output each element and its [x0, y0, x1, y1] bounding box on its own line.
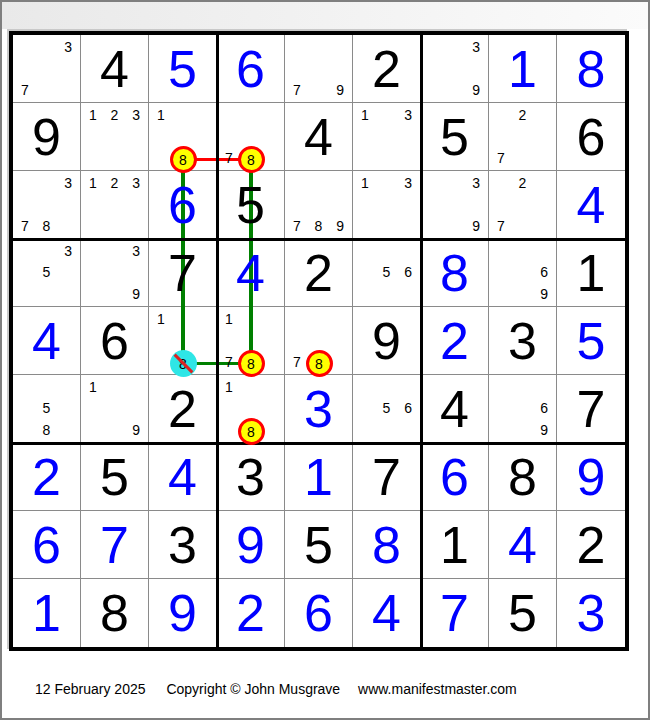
sudoku-board: 3745679239189123174135276378123657891339…	[9, 31, 629, 651]
candidate-9: 9	[465, 215, 487, 237]
candidate-slot	[240, 126, 262, 148]
candidate-3: 3	[125, 172, 147, 194]
cell-r6c8[interactable]: 69	[489, 375, 557, 443]
candidate-slot	[354, 283, 376, 305]
cell-r1c2[interactable]: 4	[81, 35, 149, 103]
cell-r3c5[interactable]: 789	[285, 171, 353, 239]
candidate-7: 7	[218, 351, 240, 373]
candidate-slot	[329, 36, 351, 58]
solved-digit: 4	[557, 171, 625, 238]
cell-r6c2[interactable]: 19	[81, 375, 149, 443]
candidate-slot	[533, 147, 555, 169]
sudoku-grid: 3745679239189123174135276378123657891339…	[13, 35, 625, 647]
candidate-slot	[308, 58, 330, 80]
candidate-slot	[240, 398, 262, 420]
pencil-marks: 27	[490, 104, 555, 169]
cell-r7c7[interactable]: 6	[421, 443, 489, 511]
footer: 12 February 2025 Copyright © John Musgra…	[35, 681, 517, 697]
candidate-slot	[533, 126, 555, 148]
candidate-slot	[422, 79, 444, 101]
candidate-slot	[286, 194, 308, 216]
given-digit: 4	[421, 375, 488, 442]
candidate-slot	[150, 126, 172, 148]
cell-r8c9[interactable]: 2	[557, 511, 625, 579]
given-digit: 2	[353, 35, 420, 102]
candidate-slot	[533, 240, 555, 262]
candidate-3: 3	[57, 240, 79, 262]
cell-r7c9[interactable]: 9	[557, 443, 625, 511]
cell-r2c1[interactable]: 9	[13, 103, 81, 171]
candidate-1: 1	[218, 376, 240, 398]
cell-r2c2[interactable]: 123	[81, 103, 149, 171]
candidate-slot	[218, 126, 240, 148]
cell-r5c2[interactable]: 6	[81, 307, 149, 375]
cell-r7c5[interactable]: 1	[285, 443, 353, 511]
given-digit: 5	[285, 511, 352, 578]
solved-digit: 2	[421, 307, 488, 374]
top-strip	[2, 2, 648, 29]
cell-r1c5[interactable]: 79	[285, 35, 353, 103]
candidate-1: 1	[82, 172, 104, 194]
cell-r8c7[interactable]: 1	[421, 511, 489, 579]
given-digit: 5	[81, 443, 148, 510]
candidate-slot	[422, 194, 444, 216]
footer-copyright: Copyright © John Musgrave	[166, 681, 340, 697]
candidate-slot	[82, 147, 104, 169]
candidate-slot	[193, 351, 215, 373]
cell-r4c3[interactable]: 7	[149, 239, 217, 307]
candidate-3: 3	[465, 36, 487, 58]
candidate-slot	[14, 376, 36, 398]
candidate-slot	[512, 194, 534, 216]
candidate-slot	[444, 172, 466, 194]
pencil-marks: 789	[286, 172, 351, 237]
candidate-slot	[82, 283, 104, 305]
page: 3745679239189123174135276378123657891339…	[0, 0, 650, 720]
candidate-slot	[218, 398, 240, 420]
solved-digit: 1	[489, 35, 556, 102]
candidate-2: 2	[512, 104, 534, 126]
candidate-7: 7	[286, 351, 308, 373]
cell-r3c7[interactable]: 39	[421, 171, 489, 239]
candidate-slot	[465, 194, 487, 216]
pencil-marks: 39	[82, 240, 147, 305]
candidate-9: 9	[533, 283, 555, 305]
candidate-slot	[36, 79, 58, 101]
cell-r9c4[interactable]: 2	[217, 579, 285, 647]
candidate-slot	[490, 283, 512, 305]
circled-candidate-digit: 8	[247, 425, 255, 439]
pencil-marks: 13	[354, 104, 419, 169]
candidate-slot	[512, 147, 534, 169]
candidate-slot	[261, 308, 283, 330]
candidate-3: 3	[57, 36, 79, 58]
solved-digit: 6	[217, 35, 284, 102]
candidate-3: 3	[397, 104, 419, 126]
candidate-5: 5	[36, 398, 58, 420]
candidate-slot	[490, 419, 512, 441]
candidate-slot	[104, 147, 126, 169]
candidate-slot	[490, 262, 512, 284]
candidate-slot	[14, 262, 36, 284]
solved-digit: 4	[489, 511, 556, 578]
candidate-slot	[376, 283, 398, 305]
candidate-slot	[57, 398, 79, 420]
candidate-7: 7	[14, 215, 36, 237]
candidate-1: 1	[150, 308, 172, 330]
candidate-slot	[397, 283, 419, 305]
candidate-1: 1	[354, 104, 376, 126]
cell-r3c9[interactable]: 4	[557, 171, 625, 239]
cell-r6c7[interactable]: 4	[421, 375, 489, 443]
cell-r6c9[interactable]: 7	[557, 375, 625, 443]
candidate-slot	[193, 330, 215, 352]
candidate-slot	[329, 194, 351, 216]
candidate-slot	[376, 419, 398, 441]
candidate-slot	[512, 283, 534, 305]
given-digit: 2	[557, 511, 625, 578]
candidate-slot	[57, 419, 79, 441]
pencil-marks: 19	[82, 376, 147, 441]
candidate-slot	[261, 376, 283, 398]
candidate-slot	[376, 215, 398, 237]
cell-r8c8[interactable]: 4	[489, 511, 557, 579]
candidate-slot	[308, 194, 330, 216]
cell-r4c8[interactable]: 69	[489, 239, 557, 307]
solved-digit: 1	[285, 443, 352, 510]
candidate-slot	[354, 240, 376, 262]
candidate-slot	[240, 330, 262, 352]
candidate-slot	[125, 147, 147, 169]
candidate-slot	[329, 308, 351, 330]
candidate-slot	[354, 215, 376, 237]
cell-r5c8[interactable]: 3	[489, 307, 557, 375]
cell-r5c7[interactable]: 2	[421, 307, 489, 375]
candidate-slot	[376, 376, 398, 398]
pencil-marks: 13	[354, 172, 419, 237]
solved-digit: 4	[217, 239, 284, 306]
candidate-slot	[125, 215, 147, 237]
cell-r6c5[interactable]: 3	[285, 375, 353, 443]
solved-digit: 2	[13, 443, 80, 510]
candidate-slot	[14, 172, 36, 194]
candidate-slot	[57, 376, 79, 398]
solved-digit: 6	[285, 579, 352, 647]
solved-digit: 6	[421, 443, 488, 510]
candidate-slot	[218, 330, 240, 352]
cell-r7c2[interactable]: 5	[81, 443, 149, 511]
candidate-slot	[261, 398, 283, 420]
candidate-slot	[376, 240, 398, 262]
candidate-slot	[490, 376, 512, 398]
candidate-slot	[444, 79, 466, 101]
candidate-slot	[490, 172, 512, 194]
solved-digit: 7	[421, 579, 488, 647]
candidate-slot	[376, 147, 398, 169]
cell-r4c4[interactable]: 4	[217, 239, 285, 307]
candidate-slot	[57, 215, 79, 237]
candidate-9: 9	[125, 419, 147, 441]
cell-r2c7[interactable]: 5	[421, 103, 489, 171]
candidate-slot	[444, 36, 466, 58]
solved-digit: 4	[353, 579, 420, 647]
cell-r3c1[interactable]: 378	[13, 171, 81, 239]
candidate-6: 6	[533, 398, 555, 420]
candidate-slot	[36, 194, 58, 216]
cell-r5c6[interactable]: 9	[353, 307, 421, 375]
given-digit: 9	[353, 307, 420, 374]
candidate-slot	[14, 240, 36, 262]
candidate-slot	[104, 240, 126, 262]
candidate-slot	[397, 419, 419, 441]
cell-r8c5[interactable]: 5	[285, 511, 353, 579]
cell-r6c1[interactable]: 58	[13, 375, 81, 443]
cell-r7c4[interactable]: 3	[217, 443, 285, 511]
cell-r2c6[interactable]: 13	[353, 103, 421, 171]
candidate-slot	[104, 376, 126, 398]
cell-r9c7[interactable]: 7	[421, 579, 489, 647]
given-digit: 4	[81, 35, 148, 102]
cell-r3c4[interactable]: 5	[217, 171, 285, 239]
candidate-6: 6	[397, 398, 419, 420]
given-digit: 7	[353, 443, 420, 510]
candidate-slot	[329, 351, 351, 373]
candidate-slot	[444, 58, 466, 80]
candidate-9: 9	[465, 79, 487, 101]
candidate-slot	[172, 330, 194, 352]
candidate-slot	[14, 58, 36, 80]
cell-r1c3[interactable]: 5	[149, 35, 217, 103]
candidate-slot	[376, 126, 398, 148]
candidate-slot	[240, 104, 262, 126]
given-digit: 2	[149, 375, 216, 442]
pencil-marks: 56	[354, 376, 419, 441]
cell-r8c1[interactable]: 6	[13, 511, 81, 579]
candidate-slot	[533, 172, 555, 194]
solved-digit: 6	[13, 511, 80, 578]
candidate-slot	[308, 308, 330, 330]
candidate-slot	[193, 147, 215, 169]
candidate-9: 9	[125, 283, 147, 305]
candidate-slot	[422, 36, 444, 58]
cell-r8c3[interactable]: 3	[149, 511, 217, 579]
cell-r7c6[interactable]: 7	[353, 443, 421, 511]
candidate-slot	[286, 36, 308, 58]
pencil-marks: 58	[14, 376, 79, 441]
given-digit: 6	[557, 103, 625, 170]
eliminated-candidate-circle-r5c3: 8	[170, 350, 197, 377]
candidate-slot	[397, 126, 419, 148]
candidate-slot	[82, 126, 104, 148]
cell-r8c4[interactable]: 9	[217, 511, 285, 579]
candidate-8: 8	[36, 215, 58, 237]
cell-r9c6[interactable]: 4	[353, 579, 421, 647]
candidate-1: 1	[218, 308, 240, 330]
pencil-marks: 39	[422, 172, 487, 237]
candidate-slot	[512, 126, 534, 148]
candidate-slot	[240, 376, 262, 398]
solved-digit: 8	[353, 511, 420, 578]
candidate-slot	[512, 419, 534, 441]
candidate-2: 2	[512, 172, 534, 194]
candidate-slot	[397, 194, 419, 216]
candidate-slot	[36, 240, 58, 262]
candidate-5: 5	[376, 262, 398, 284]
candidate-slot	[397, 240, 419, 262]
candidate-slot	[261, 104, 283, 126]
cell-r2c8[interactable]: 27	[489, 103, 557, 171]
candidate-slot	[376, 194, 398, 216]
cell-r2c5[interactable]: 4	[285, 103, 353, 171]
cell-r3c3[interactable]: 6	[149, 171, 217, 239]
cell-r9c8[interactable]: 5	[489, 579, 557, 647]
circled-candidate-digit: 8	[247, 357, 255, 371]
cell-r8c6[interactable]: 8	[353, 511, 421, 579]
cell-r1c4[interactable]: 6	[217, 35, 285, 103]
cell-r9c3[interactable]: 9	[149, 579, 217, 647]
candidate-slot	[104, 194, 126, 216]
cell-r3c8[interactable]: 27	[489, 171, 557, 239]
candidate-3: 3	[125, 240, 147, 262]
candidate-slot	[354, 194, 376, 216]
candidate-8: 8	[36, 419, 58, 441]
circled-candidate-digit: 8	[247, 153, 255, 167]
solved-digit: 7	[81, 511, 148, 578]
candidate-slot	[422, 215, 444, 237]
pencil-marks: 69	[490, 376, 555, 441]
given-digit: 4	[285, 103, 352, 170]
candidate-slot	[422, 58, 444, 80]
candidate-5: 5	[36, 262, 58, 284]
candidate-slot	[308, 36, 330, 58]
cell-r4c1[interactable]: 35	[13, 239, 81, 307]
candidate-slot	[125, 194, 147, 216]
candidate-slot	[329, 330, 351, 352]
cell-r6c6[interactable]: 56	[353, 375, 421, 443]
given-digit: 6	[81, 307, 148, 374]
candidate-slot	[104, 215, 126, 237]
candidate-slot	[82, 215, 104, 237]
candidate-slot	[376, 172, 398, 194]
candidate-slot	[376, 104, 398, 126]
candidate-slot	[308, 330, 330, 352]
candidate-slot	[172, 104, 194, 126]
cell-r3c2[interactable]: 123	[81, 171, 149, 239]
cell-r2c9[interactable]: 6	[557, 103, 625, 171]
cell-r5c1[interactable]: 4	[13, 307, 81, 375]
cell-r8c2[interactable]: 7	[81, 511, 149, 579]
cell-r1c1[interactable]: 37	[13, 35, 81, 103]
candidate-slot	[533, 215, 555, 237]
candidate-slot	[261, 330, 283, 352]
cell-r4c6[interactable]: 56	[353, 239, 421, 307]
candidate-slot	[308, 79, 330, 101]
cell-r1c7[interactable]: 39	[421, 35, 489, 103]
cell-r4c7[interactable]: 8	[421, 239, 489, 307]
candidate-slot	[512, 240, 534, 262]
candidate-slot	[261, 147, 283, 169]
candidate-slot	[218, 419, 240, 441]
solved-digit: 5	[557, 307, 625, 374]
solved-digit: 4	[13, 307, 80, 374]
candidate-6: 6	[397, 262, 419, 284]
candidate-slot	[465, 58, 487, 80]
highlight-circle-r6c4: 8	[238, 418, 265, 445]
candidate-slot	[286, 330, 308, 352]
candidate-slot	[14, 398, 36, 420]
candidate-slot	[193, 126, 215, 148]
cell-r5c9[interactable]: 5	[557, 307, 625, 375]
cell-r1c8[interactable]: 1	[489, 35, 557, 103]
pencil-marks: 123	[82, 172, 147, 237]
cell-r3c6[interactable]: 13	[353, 171, 421, 239]
solved-digit: 5	[149, 35, 216, 102]
candidate-1: 1	[82, 376, 104, 398]
candidate-slot	[444, 215, 466, 237]
candidate-slot	[286, 308, 308, 330]
candidate-slot	[533, 104, 555, 126]
candidate-slot	[172, 308, 194, 330]
highlight-circle-r2c4: 8	[238, 146, 265, 173]
candidate-slot	[354, 126, 376, 148]
solved-digit: 4	[149, 443, 216, 510]
candidate-slot	[512, 262, 534, 284]
circled-candidate-digit: 8	[315, 357, 323, 371]
candidate-slot	[150, 351, 172, 373]
cell-r4c2[interactable]: 39	[81, 239, 149, 307]
solved-digit: 9	[149, 579, 216, 647]
pencil-marks: 79	[286, 36, 351, 101]
cell-r9c1[interactable]: 1	[13, 579, 81, 647]
given-digit: 5	[421, 103, 488, 170]
cell-r9c2[interactable]: 8	[81, 579, 149, 647]
given-digit: 5	[489, 579, 556, 647]
cell-r9c5[interactable]: 6	[285, 579, 353, 647]
candidate-slot	[125, 398, 147, 420]
given-digit: 1	[557, 239, 625, 306]
cell-r9c9[interactable]: 3	[557, 579, 625, 647]
candidate-slot	[36, 376, 58, 398]
cell-r1c6[interactable]: 2	[353, 35, 421, 103]
cell-r4c5[interactable]: 2	[285, 239, 353, 307]
candidate-7: 7	[14, 79, 36, 101]
candidate-slot	[397, 147, 419, 169]
given-digit: 3	[489, 307, 556, 374]
cell-r7c3[interactable]: 4	[149, 443, 217, 511]
candidate-slot	[286, 172, 308, 194]
footer-website: www.manifestmaster.com	[358, 681, 517, 697]
given-digit: 5	[217, 171, 284, 238]
candidate-slot	[397, 215, 419, 237]
candidate-slot	[308, 172, 330, 194]
candidate-slot	[125, 262, 147, 284]
candidate-slot	[354, 398, 376, 420]
pencil-marks: 69	[490, 240, 555, 305]
candidate-slot	[490, 126, 512, 148]
candidate-1: 1	[82, 104, 104, 126]
cell-r7c1[interactable]: 2	[13, 443, 81, 511]
candidate-9: 9	[329, 215, 351, 237]
candidate-slot	[533, 194, 555, 216]
cell-r6c3[interactable]: 2	[149, 375, 217, 443]
candidate-slot	[14, 36, 36, 58]
candidate-3: 3	[125, 104, 147, 126]
candidate-slot	[218, 104, 240, 126]
cell-r4c9[interactable]: 1	[557, 239, 625, 307]
solved-digit: 9	[557, 443, 625, 510]
cell-r1c9[interactable]: 8	[557, 35, 625, 103]
cell-r7c8[interactable]: 8	[489, 443, 557, 511]
